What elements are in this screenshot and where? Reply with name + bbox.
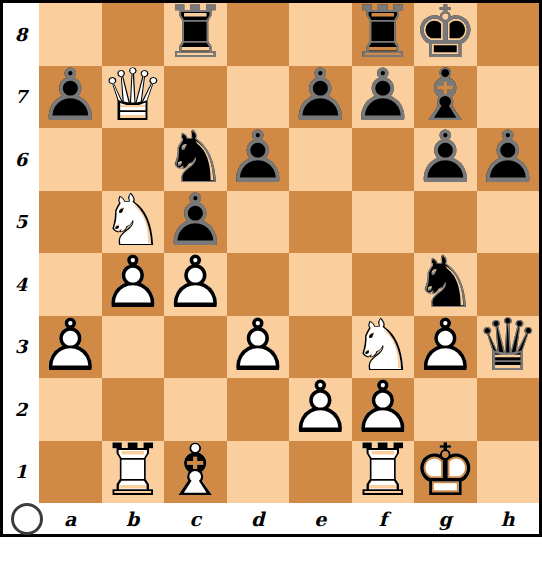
piece-outline-glyph: ♖ xyxy=(102,439,165,502)
square-b7[interactable]: ♛♕ xyxy=(102,66,165,129)
piece-outline-glyph: ♙ xyxy=(39,64,102,127)
square-c8[interactable]: ♜♖ xyxy=(164,3,227,66)
piece-outline-glyph: ♙ xyxy=(102,251,165,314)
piece-outline-glyph: ♕ xyxy=(102,64,165,127)
square-h5[interactable] xyxy=(477,191,540,254)
piece-black-queen-h3[interactable]: ♛♕ xyxy=(477,316,540,379)
square-h6[interactable]: ♟♙ xyxy=(477,128,540,191)
square-a2[interactable] xyxy=(39,378,102,441)
square-h1[interactable] xyxy=(477,441,540,504)
square-g6[interactable]: ♟♙ xyxy=(414,128,477,191)
square-a1[interactable] xyxy=(39,441,102,504)
piece-outline-glyph: ♙ xyxy=(39,314,102,377)
piece-black-pawn-f7[interactable]: ♟♙ xyxy=(352,66,415,129)
square-b1[interactable]: ♜♖ xyxy=(102,441,165,504)
square-f6[interactable] xyxy=(352,128,415,191)
square-a7[interactable]: ♟♙ xyxy=(39,66,102,129)
square-h3[interactable]: ♛♕ xyxy=(477,316,540,379)
piece-white-pawn-e2[interactable]: ♟♙ xyxy=(289,378,352,441)
piece-outline-glyph: ♖ xyxy=(352,439,415,502)
rank-label-2: 2 xyxy=(3,378,39,441)
piece-outline-glyph: ♙ xyxy=(289,376,352,439)
square-g3[interactable]: ♟♙ xyxy=(414,316,477,379)
square-a3[interactable]: ♟♙ xyxy=(39,316,102,379)
square-d1[interactable] xyxy=(227,441,290,504)
square-e6[interactable] xyxy=(289,128,352,191)
rank-label-4: 4 xyxy=(3,253,39,316)
square-d8[interactable] xyxy=(227,3,290,66)
rank-label-3: 3 xyxy=(3,316,39,379)
piece-outline-glyph: ♙ xyxy=(414,126,477,189)
piece-black-pawn-a7[interactable]: ♟♙ xyxy=(39,66,102,129)
square-c1[interactable]: ♝♗ xyxy=(164,441,227,504)
chess-diagram: 8 7 6 5 4 3 2 1 ♜♖♜♖♚♔♟♙♛♕♟♙♟♙♝♗♞♘♟♙♟♙♟♙… xyxy=(0,0,542,537)
square-e7[interactable]: ♟♙ xyxy=(289,66,352,129)
piece-white-bishop-c1[interactable]: ♝♗ xyxy=(164,441,227,504)
square-e1[interactable] xyxy=(289,441,352,504)
square-g1[interactable]: ♚♔ xyxy=(414,441,477,504)
rank-label-6: 6 xyxy=(3,128,39,191)
square-e5[interactable] xyxy=(289,191,352,254)
white-to-move-indicator-icon xyxy=(11,503,43,535)
square-d2[interactable] xyxy=(227,378,290,441)
piece-outline-glyph: ♙ xyxy=(352,64,415,127)
piece-outline-glyph: ♙ xyxy=(164,251,227,314)
square-c4[interactable]: ♟♙ xyxy=(164,253,227,316)
file-label-e: e xyxy=(289,503,352,534)
piece-white-pawn-g3[interactable]: ♟♙ xyxy=(414,316,477,379)
square-d6[interactable]: ♟♙ xyxy=(227,128,290,191)
rank-label-1: 1 xyxy=(3,441,39,504)
piece-outline-glyph: ♙ xyxy=(227,126,290,189)
piece-white-pawn-c4[interactable]: ♟♙ xyxy=(164,253,227,316)
square-d3[interactable]: ♟♙ xyxy=(227,316,290,379)
square-b3[interactable] xyxy=(102,316,165,379)
piece-white-pawn-b4[interactable]: ♟♙ xyxy=(102,253,165,316)
rank-label-5: 5 xyxy=(3,191,39,254)
file-label-a: a xyxy=(39,503,102,534)
piece-black-pawn-g6[interactable]: ♟♙ xyxy=(414,128,477,191)
square-a5[interactable] xyxy=(39,191,102,254)
piece-black-pawn-d6[interactable]: ♟♙ xyxy=(227,128,290,191)
square-f5[interactable] xyxy=(352,191,415,254)
square-e4[interactable] xyxy=(289,253,352,316)
square-b4[interactable]: ♟♙ xyxy=(102,253,165,316)
piece-black-pawn-h6[interactable]: ♟♙ xyxy=(477,128,540,191)
file-label-d: d xyxy=(227,503,290,534)
square-f1[interactable]: ♜♖ xyxy=(352,441,415,504)
piece-outline-glyph: ♙ xyxy=(227,314,290,377)
rank-label-7: 7 xyxy=(3,66,39,129)
piece-outline-glyph: ♙ xyxy=(289,64,352,127)
square-f7[interactable]: ♟♙ xyxy=(352,66,415,129)
piece-white-rook-f1[interactable]: ♜♖ xyxy=(352,441,415,504)
square-h2[interactable] xyxy=(477,378,540,441)
square-d5[interactable] xyxy=(227,191,290,254)
rank-label-8: 8 xyxy=(3,3,39,66)
rank-labels: 8 7 6 5 4 3 2 1 xyxy=(3,3,39,503)
piece-white-queen-b7[interactable]: ♛♕ xyxy=(102,66,165,129)
side-to-move-cell xyxy=(3,503,39,534)
piece-black-pawn-e7[interactable]: ♟♙ xyxy=(289,66,352,129)
piece-outline-glyph: ♖ xyxy=(164,1,227,64)
board: ♜♖♜♖♚♔♟♙♛♕♟♙♟♙♝♗♞♘♟♙♟♙♟♙♞♘♟♙♟♙♟♙♞♘♟♙♟♙♞♘… xyxy=(39,3,539,503)
piece-white-rook-b1[interactable]: ♜♖ xyxy=(102,441,165,504)
square-c3[interactable] xyxy=(164,316,227,379)
file-label-h: h xyxy=(477,503,540,534)
piece-outline-glyph: ♕ xyxy=(477,314,540,377)
square-a6[interactable] xyxy=(39,128,102,191)
piece-white-king-g1[interactable]: ♚♔ xyxy=(414,441,477,504)
square-e2[interactable]: ♟♙ xyxy=(289,378,352,441)
piece-outline-glyph: ♗ xyxy=(164,439,227,502)
piece-outline-glyph: ♔ xyxy=(414,439,477,502)
piece-outline-glyph: ♙ xyxy=(414,314,477,377)
piece-outline-glyph: ♙ xyxy=(477,126,540,189)
piece-black-rook-c8[interactable]: ♜♖ xyxy=(164,3,227,66)
piece-white-pawn-a3[interactable]: ♟♙ xyxy=(39,316,102,379)
piece-white-pawn-d3[interactable]: ♟♙ xyxy=(227,316,290,379)
square-h8[interactable] xyxy=(477,3,540,66)
